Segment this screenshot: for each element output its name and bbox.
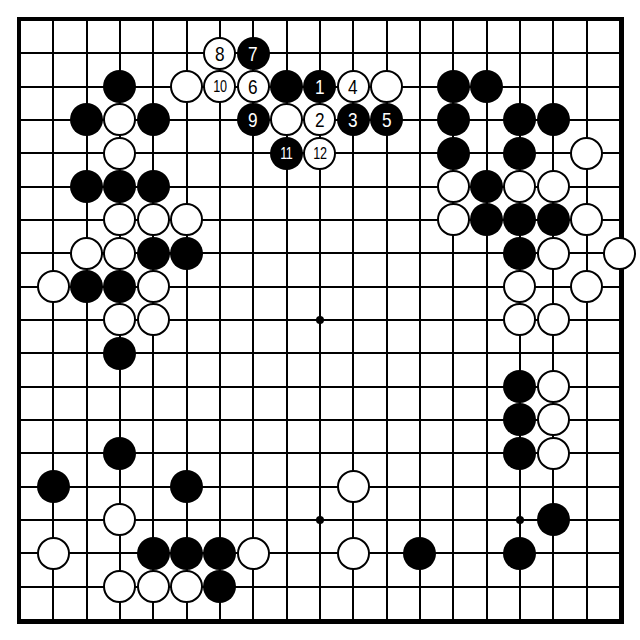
board-point	[170, 70, 203, 103]
board-point	[137, 203, 170, 236]
white-stone[interactable]	[570, 270, 603, 303]
white-stone[interactable]	[537, 403, 570, 436]
white-stone[interactable]	[503, 303, 536, 336]
board-point: 2	[303, 103, 336, 136]
black-stone[interactable]	[503, 103, 536, 136]
black-stone[interactable]	[103, 437, 136, 470]
board-point	[503, 270, 536, 303]
white-stone[interactable]: 2	[303, 103, 336, 136]
board-point	[270, 103, 303, 136]
board-point	[137, 170, 170, 203]
board-point	[37, 470, 70, 503]
white-stone[interactable]	[170, 570, 203, 603]
move-number-label: 3	[348, 109, 358, 130]
white-stone[interactable]	[337, 470, 370, 503]
board-point	[103, 503, 136, 536]
board-point	[570, 137, 603, 170]
board-point	[537, 203, 570, 236]
move-number-label: 7	[248, 43, 258, 64]
move-number-label: 6	[248, 76, 258, 97]
board-point	[137, 270, 170, 303]
black-stone[interactable]	[103, 270, 136, 303]
board-point	[103, 337, 136, 370]
white-stone[interactable]	[370, 70, 403, 103]
move-number-label: 1	[315, 76, 325, 97]
black-stone[interactable]	[37, 470, 70, 503]
black-stone[interactable]	[437, 103, 470, 136]
black-stone[interactable]	[437, 137, 470, 170]
white-stone[interactable]	[103, 137, 136, 170]
white-stone[interactable]	[237, 537, 270, 570]
white-stone[interactable]	[537, 437, 570, 470]
white-stone[interactable]	[437, 170, 470, 203]
board-point	[137, 103, 170, 136]
board-point	[537, 437, 570, 470]
board-point: 12	[303, 137, 336, 170]
white-stone[interactable]	[137, 203, 170, 236]
board-point	[137, 537, 170, 570]
white-stone[interactable]: 4	[337, 70, 370, 103]
white-stone[interactable]	[537, 370, 570, 403]
white-stone[interactable]	[570, 203, 603, 236]
white-stone[interactable]	[137, 270, 170, 303]
black-stone[interactable]	[70, 170, 103, 203]
board-point	[503, 403, 536, 436]
white-stone[interactable]: 12	[303, 137, 336, 170]
white-stone[interactable]	[603, 237, 636, 270]
white-stone[interactable]	[570, 137, 603, 170]
board-point	[503, 437, 536, 470]
board-point	[537, 237, 570, 270]
board-point	[603, 237, 636, 270]
black-stone[interactable]	[70, 103, 103, 136]
black-stone[interactable]: 1	[303, 70, 336, 103]
white-stone[interactable]	[137, 303, 170, 336]
black-stone[interactable]	[503, 137, 536, 170]
move-number-label: 9	[248, 109, 258, 130]
board-point: 10	[203, 70, 236, 103]
board-point	[170, 470, 203, 503]
board-point	[103, 170, 136, 203]
black-stone[interactable]: 11	[270, 137, 303, 170]
board-point	[470, 170, 503, 203]
white-stone[interactable]	[103, 103, 136, 136]
black-stone[interactable]	[537, 503, 570, 536]
black-stone[interactable]	[103, 337, 136, 370]
black-stone[interactable]	[503, 370, 536, 403]
black-stone[interactable]	[170, 470, 203, 503]
white-stone[interactable]	[103, 570, 136, 603]
board-point	[437, 70, 470, 103]
board-point	[503, 170, 536, 203]
board-point	[103, 303, 136, 336]
board-point	[437, 170, 470, 203]
black-stone[interactable]	[470, 70, 503, 103]
board-point	[537, 503, 570, 536]
board-point	[170, 570, 203, 603]
black-stone[interactable]: 5	[370, 103, 403, 136]
white-stone[interactable]	[103, 203, 136, 236]
board-point	[170, 537, 203, 570]
go-board-diagram: 871061492351112	[0, 0, 640, 640]
white-stone[interactable]: 8	[203, 37, 236, 70]
white-stone[interactable]	[137, 570, 170, 603]
board-point	[337, 470, 370, 503]
board-point: 3	[337, 103, 370, 136]
board-point	[570, 270, 603, 303]
board-point	[503, 537, 536, 570]
white-stone[interactable]	[37, 537, 70, 570]
white-stone[interactable]	[170, 203, 203, 236]
white-stone[interactable]	[503, 170, 536, 203]
board-point	[237, 537, 270, 570]
black-stone[interactable]	[137, 237, 170, 270]
white-stone[interactable]	[103, 237, 136, 270]
board-point: 5	[370, 103, 403, 136]
board-point: 11	[270, 137, 303, 170]
black-stone[interactable]	[203, 570, 236, 603]
move-number-label: 10	[213, 78, 226, 95]
board-point: 1	[303, 70, 336, 103]
white-stone[interactable]	[37, 270, 70, 303]
white-stone[interactable]	[537, 237, 570, 270]
white-stone[interactable]	[537, 170, 570, 203]
black-stone[interactable]	[137, 537, 170, 570]
black-stone[interactable]	[470, 170, 503, 203]
white-stone[interactable]: 10	[203, 70, 236, 103]
black-stone[interactable]	[170, 537, 203, 570]
black-stone[interactable]	[270, 70, 303, 103]
black-stone[interactable]	[503, 203, 536, 236]
board-point	[103, 203, 136, 236]
board-point: 9	[237, 103, 270, 136]
move-number-label: 8	[215, 43, 225, 64]
board-point	[170, 237, 203, 270]
black-stone[interactable]	[70, 270, 103, 303]
board-point	[403, 537, 436, 570]
board-point	[437, 137, 470, 170]
white-stone[interactable]	[170, 70, 203, 103]
board-point	[370, 70, 403, 103]
board-point	[170, 203, 203, 236]
board-point	[270, 70, 303, 103]
black-stone[interactable]	[403, 537, 436, 570]
white-stone[interactable]	[337, 537, 370, 570]
board-point	[503, 370, 536, 403]
board-point	[470, 203, 503, 236]
black-stone[interactable]	[503, 437, 536, 470]
white-stone[interactable]	[70, 237, 103, 270]
black-stone[interactable]	[103, 70, 136, 103]
black-stone[interactable]	[537, 203, 570, 236]
white-stone[interactable]	[270, 103, 303, 136]
board-point: 7	[237, 37, 270, 70]
board-point	[203, 570, 236, 603]
board-point: 6	[237, 70, 270, 103]
white-stone[interactable]	[103, 303, 136, 336]
board-point	[70, 170, 103, 203]
board-point	[537, 103, 570, 136]
board-point	[203, 537, 236, 570]
board-point	[437, 103, 470, 136]
black-stone[interactable]: 7	[237, 37, 270, 70]
black-stone[interactable]	[137, 103, 170, 136]
black-stone[interactable]	[437, 70, 470, 103]
white-stone[interactable]	[437, 203, 470, 236]
board-point	[503, 237, 536, 270]
black-stone[interactable]	[503, 237, 536, 270]
black-stone[interactable]: 3	[337, 103, 370, 136]
board-point	[103, 70, 136, 103]
white-stone[interactable]: 6	[237, 70, 270, 103]
black-stone[interactable]	[503, 537, 536, 570]
board-point	[103, 237, 136, 270]
black-stone[interactable]	[137, 170, 170, 203]
black-stone[interactable]: 9	[237, 103, 270, 136]
board-point	[103, 570, 136, 603]
board-point	[437, 203, 470, 236]
board-point	[37, 270, 70, 303]
black-stone[interactable]	[537, 103, 570, 136]
board-point	[537, 170, 570, 203]
board-point	[537, 370, 570, 403]
board-point	[70, 237, 103, 270]
board-point	[103, 103, 136, 136]
black-stone[interactable]	[503, 403, 536, 436]
board-point	[503, 103, 536, 136]
black-stone[interactable]	[103, 170, 136, 203]
black-stone[interactable]	[170, 237, 203, 270]
board-point	[503, 303, 536, 336]
board-point	[70, 270, 103, 303]
black-stone[interactable]	[470, 203, 503, 236]
board-point	[137, 303, 170, 336]
board-point: 4	[337, 70, 370, 103]
board-point	[70, 103, 103, 136]
board-point	[103, 137, 136, 170]
move-number-label: 5	[382, 109, 392, 130]
move-number-label: 11	[280, 145, 292, 162]
move-number-label: 2	[315, 109, 325, 130]
board-point	[570, 203, 603, 236]
board-point	[137, 237, 170, 270]
board-point	[503, 137, 536, 170]
move-number-label: 4	[348, 76, 358, 97]
board-point: 8	[203, 37, 236, 70]
white-stone[interactable]	[103, 503, 136, 536]
black-stone[interactable]	[203, 537, 236, 570]
stones-layer[interactable]: 871061492351112	[3, 3, 636, 636]
board-point	[537, 303, 570, 336]
board-point	[37, 537, 70, 570]
move-number-label: 12	[313, 145, 326, 162]
white-stone[interactable]	[503, 270, 536, 303]
board-point	[503, 203, 536, 236]
white-stone[interactable]	[537, 303, 570, 336]
board-point	[337, 537, 370, 570]
board-point	[103, 270, 136, 303]
board-point	[137, 570, 170, 603]
board-point	[470, 70, 503, 103]
board-point	[537, 403, 570, 436]
board-point	[103, 437, 136, 470]
